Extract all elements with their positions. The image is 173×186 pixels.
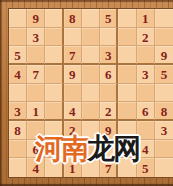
cell-r5c3[interactable]: [45, 84, 63, 103]
given-digit: 3: [14, 105, 21, 118]
given-digit: 2: [105, 105, 112, 118]
cell-r3c3[interactable]: [45, 46, 63, 65]
sudoku-screenshot: 98513257394796353142688293644175 河南龙网: [0, 0, 173, 186]
cell-r5c6[interactable]: [100, 84, 118, 103]
cell-r2c9[interactable]: [155, 28, 173, 47]
cell-r9c2[interactable]: 4: [27, 158, 45, 177]
given-digit: 6: [33, 142, 40, 155]
cell-r8c7[interactable]: [118, 140, 136, 159]
cell-r2c3[interactable]: [45, 28, 63, 47]
cell-r6c1[interactable]: 3: [9, 102, 27, 121]
cell-r9c8[interactable]: 5: [137, 158, 155, 177]
cell-r9c3[interactable]: [45, 158, 63, 177]
cell-r4c7[interactable]: [118, 65, 136, 84]
given-digit: 9: [33, 12, 40, 25]
cell-r1c6[interactable]: 5: [100, 9, 118, 28]
cell-r2c2[interactable]: 3: [27, 28, 45, 47]
cell-r8c1[interactable]: [9, 140, 27, 159]
cell-r3c8[interactable]: [137, 46, 155, 65]
given-digit: 3: [105, 49, 112, 62]
cell-r7c7[interactable]: [118, 121, 136, 140]
given-digit: 3: [161, 124, 168, 137]
cell-r6c5[interactable]: [82, 102, 100, 121]
given-digit: 6: [142, 105, 149, 118]
given-digit: 9: [161, 49, 168, 62]
cell-r9c9[interactable]: [155, 158, 173, 177]
given-digit: 3: [142, 68, 149, 81]
cell-r4c5[interactable]: [82, 65, 100, 84]
cell-r3c9[interactable]: 9: [155, 46, 173, 65]
cell-r5c2[interactable]: [27, 84, 45, 103]
given-digit: 1: [69, 162, 76, 175]
cell-r1c4[interactable]: 8: [64, 9, 82, 28]
cell-r9c6[interactable]: 7: [100, 158, 118, 177]
cell-r2c5[interactable]: [82, 28, 100, 47]
cell-r7c9[interactable]: 3: [155, 121, 173, 140]
cell-r8c9[interactable]: [155, 140, 173, 159]
cell-r9c5[interactable]: [82, 158, 100, 177]
cell-r5c4[interactable]: [64, 84, 82, 103]
cell-r1c2[interactable]: 9: [27, 9, 45, 28]
given-digit: 9: [105, 124, 112, 137]
cell-r1c1[interactable]: [9, 9, 27, 28]
cell-r2c6[interactable]: [100, 28, 118, 47]
cell-r4c9[interactable]: 5: [155, 65, 173, 84]
given-digit: 4: [69, 105, 76, 118]
cell-r7c3[interactable]: [45, 121, 63, 140]
cell-r5c1[interactable]: [9, 84, 27, 103]
cell-r4c4[interactable]: 9: [64, 65, 82, 84]
cell-r9c4[interactable]: 1: [64, 158, 82, 177]
cell-r2c7[interactable]: [118, 28, 136, 47]
cell-r5c9[interactable]: [155, 84, 173, 103]
cell-r3c1[interactable]: 5: [9, 46, 27, 65]
cell-r2c8[interactable]: 2: [137, 28, 155, 47]
cell-r1c7[interactable]: [118, 9, 136, 28]
cell-r7c1[interactable]: 8: [9, 121, 27, 140]
cell-r4c3[interactable]: [45, 65, 63, 84]
cell-r3c6[interactable]: 3: [100, 46, 118, 65]
given-digit: 7: [105, 162, 112, 175]
given-digit: 8: [161, 105, 168, 118]
given-digit: 8: [14, 124, 21, 137]
cell-r2c4[interactable]: [64, 28, 82, 47]
cell-r1c8[interactable]: 1: [137, 9, 155, 28]
cell-r6c3[interactable]: [45, 102, 63, 121]
cell-r8c6[interactable]: [100, 140, 118, 159]
cell-r5c5[interactable]: [82, 84, 100, 103]
given-digit: 5: [105, 12, 112, 25]
cell-r9c7[interactable]: [118, 158, 136, 177]
cell-r8c2[interactable]: 6: [27, 140, 45, 159]
cell-r4c6[interactable]: 6: [100, 65, 118, 84]
cell-r6c6[interactable]: 2: [100, 102, 118, 121]
cell-r7c5[interactable]: [82, 121, 100, 140]
given-digit: 5: [161, 68, 168, 81]
cell-r1c9[interactable]: [155, 9, 173, 28]
cell-r8c4[interactable]: [64, 140, 82, 159]
cell-r4c2[interactable]: 7: [27, 65, 45, 84]
cell-r6c4[interactable]: 4: [64, 102, 82, 121]
cell-r5c7[interactable]: [118, 84, 136, 103]
cell-r8c3[interactable]: [45, 140, 63, 159]
cell-r7c2[interactable]: [27, 121, 45, 140]
cell-r8c5[interactable]: [82, 140, 100, 159]
cell-r3c2[interactable]: [27, 46, 45, 65]
cell-r8c8[interactable]: 4: [137, 140, 155, 159]
sudoku-board: 98513257394796353142688293644175: [8, 8, 173, 178]
given-digit: 1: [33, 105, 40, 118]
given-digit: 3: [33, 30, 40, 43]
cell-r6c2[interactable]: 1: [27, 102, 45, 121]
given-digit: 9: [69, 68, 76, 81]
cell-r3c7[interactable]: [118, 46, 136, 65]
cell-r2c1[interactable]: [9, 28, 27, 47]
given-digit: 5: [14, 49, 21, 62]
given-digit: 4: [142, 142, 149, 155]
cell-r3c5[interactable]: [82, 46, 100, 65]
cell-r6c7[interactable]: [118, 102, 136, 121]
cell-r9c1[interactable]: [9, 158, 27, 177]
given-digit: 5: [142, 162, 149, 175]
cell-r7c8[interactable]: [137, 121, 155, 140]
given-digit: 4: [14, 68, 21, 81]
given-digit: 4: [33, 162, 40, 175]
given-digit: 2: [69, 124, 76, 137]
cell-r7c4[interactable]: 2: [64, 121, 82, 140]
cell-r6c8[interactable]: 6: [137, 102, 155, 121]
given-digit: 1: [142, 12, 149, 25]
cell-r4c8[interactable]: 3: [137, 65, 155, 84]
given-digit: 7: [69, 49, 76, 62]
cell-r3c4[interactable]: 7: [64, 46, 82, 65]
given-digit: 6: [105, 68, 112, 81]
cell-r7c6[interactable]: 9: [100, 121, 118, 140]
cell-r1c3[interactable]: [45, 9, 63, 28]
cell-r1c5[interactable]: [82, 9, 100, 28]
given-digit: 7: [33, 68, 40, 81]
given-digit: 8: [69, 12, 76, 25]
given-digit: 2: [142, 30, 149, 43]
cell-r5c8[interactable]: [137, 84, 155, 103]
cell-r6c9[interactable]: 8: [155, 102, 173, 121]
cell-r4c1[interactable]: 4: [9, 65, 27, 84]
